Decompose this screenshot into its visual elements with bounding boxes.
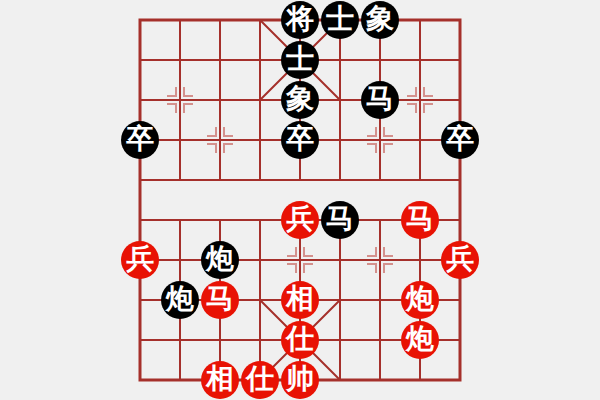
piece-red-cannon[interactable]: 炮 [401, 281, 439, 319]
piece-glyph: 卒 [446, 125, 474, 153]
piece-glyph: 相 [206, 365, 234, 393]
piece-red-soldier[interactable]: 兵 [121, 241, 159, 279]
piece-glyph: 仕 [286, 325, 314, 353]
piece-red-general[interactable]: 帅 [281, 361, 319, 399]
xiangqi-board: 将士象士象马卒卒卒兵马马兵炮兵炮马相炮仕炮相仕帅 [0, 0, 600, 400]
pieces-layer[interactable]: 将士象士象马卒卒卒兵马马兵炮兵炮马相炮仕炮相仕帅 [120, 0, 480, 400]
piece-glyph: 马 [206, 285, 234, 313]
piece-glyph: 相 [286, 285, 314, 313]
piece-glyph: 炮 [206, 245, 234, 273]
piece-glyph: 兵 [286, 205, 314, 233]
piece-black-soldier[interactable]: 卒 [281, 121, 319, 159]
piece-black-advisor[interactable]: 士 [281, 41, 319, 79]
piece-glyph: 卒 [126, 125, 154, 153]
piece-red-horse[interactable]: 马 [201, 281, 239, 319]
piece-black-horse[interactable]: 马 [361, 81, 399, 119]
piece-glyph: 仕 [246, 365, 274, 393]
piece-glyph: 将 [286, 5, 314, 33]
piece-black-horse[interactable]: 马 [321, 201, 359, 239]
piece-glyph: 马 [406, 205, 434, 233]
piece-black-cannon[interactable]: 炮 [201, 241, 239, 279]
piece-glyph: 炮 [406, 325, 434, 353]
piece-red-elephant[interactable]: 相 [201, 361, 239, 399]
piece-black-advisor[interactable]: 士 [321, 1, 359, 39]
piece-black-elephant[interactable]: 象 [281, 81, 319, 119]
piece-glyph: 士 [286, 45, 314, 73]
piece-black-elephant[interactable]: 象 [361, 1, 399, 39]
piece-glyph: 象 [366, 5, 394, 33]
piece-red-soldier[interactable]: 兵 [441, 241, 479, 279]
piece-glyph: 象 [286, 85, 314, 113]
piece-red-soldier[interactable]: 兵 [281, 201, 319, 239]
piece-glyph: 炮 [406, 285, 434, 313]
piece-glyph: 兵 [126, 245, 154, 273]
piece-red-horse[interactable]: 马 [401, 201, 439, 239]
piece-black-soldier[interactable]: 卒 [441, 121, 479, 159]
piece-glyph: 马 [326, 205, 354, 233]
piece-red-cannon[interactable]: 炮 [401, 321, 439, 359]
piece-glyph: 帅 [286, 365, 314, 393]
piece-red-elephant[interactable]: 相 [281, 281, 319, 319]
piece-black-general[interactable]: 将 [281, 1, 319, 39]
piece-glyph: 炮 [166, 285, 194, 313]
piece-red-advisor[interactable]: 仕 [281, 321, 319, 359]
piece-black-cannon[interactable]: 炮 [161, 281, 199, 319]
piece-glyph: 马 [366, 85, 394, 113]
piece-glyph: 士 [326, 5, 354, 33]
piece-red-advisor[interactable]: 仕 [241, 361, 279, 399]
piece-black-soldier[interactable]: 卒 [121, 121, 159, 159]
piece-glyph: 兵 [446, 245, 474, 273]
piece-glyph: 卒 [286, 125, 314, 153]
